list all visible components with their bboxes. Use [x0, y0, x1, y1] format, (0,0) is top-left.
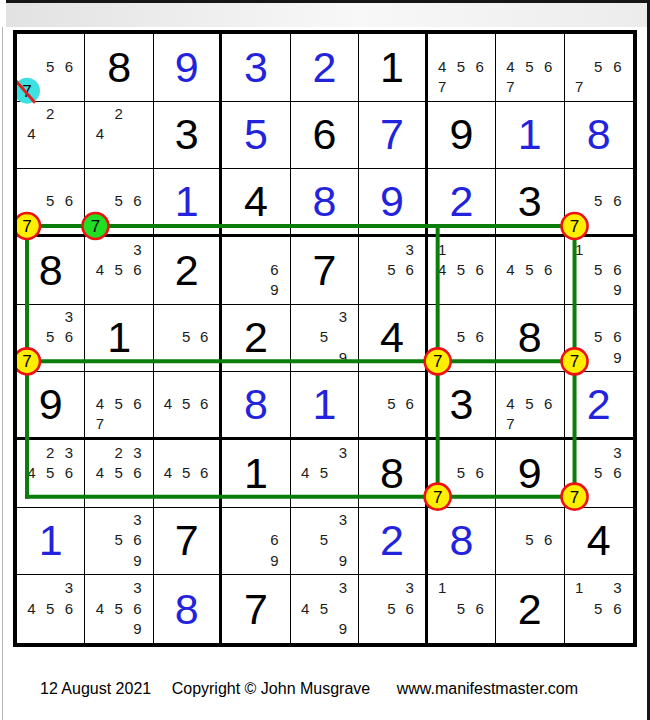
candidates: 56 [17, 169, 84, 234]
candidates: 359 [291, 305, 358, 372]
cell-r5c4[interactable]: 2 [222, 305, 290, 373]
candidates: 4567 [496, 372, 563, 437]
candidate-6: 6 [401, 598, 419, 619]
cell-value: 9 [359, 169, 424, 234]
candidates: 56 [154, 305, 219, 372]
cell-r7c2[interactable]: 23456 [85, 440, 153, 508]
candidates: 69 [222, 508, 289, 575]
candidates: 569 [565, 305, 633, 372]
candidate-6: 6 [539, 56, 558, 76]
candidates: 1356 [565, 575, 633, 643]
cell-r3c5[interactable]: 8 [291, 169, 359, 237]
candidate-4: 4 [433, 56, 452, 76]
candidate-5: 5 [177, 462, 195, 482]
candidates: 356 [17, 305, 84, 372]
window-top-bar [6, 0, 647, 27]
candidate-5: 5 [41, 56, 60, 76]
candidate-6: 6 [128, 394, 147, 414]
cell-r6c3[interactable]: 456 [154, 372, 222, 440]
candidate-6: 6 [539, 259, 558, 279]
candidate-6: 6 [608, 327, 627, 347]
cell-r4c7[interactable]: 1456 [428, 237, 496, 305]
cell-value: 8 [496, 305, 563, 372]
cell-value: 2 [222, 305, 289, 372]
cell-value: 1 [154, 169, 219, 234]
cell-r5c8[interactable]: 8 [496, 305, 564, 373]
cell-value: 9 [154, 34, 219, 101]
candidate-5: 5 [520, 56, 539, 76]
cell-value: 4 [359, 305, 424, 372]
candidate-6: 6 [470, 462, 489, 482]
window-left-edge [2, 27, 3, 720]
candidate-4: 4 [296, 598, 315, 619]
candidates: 3456 [17, 575, 84, 643]
candidate-6: 6 [608, 56, 627, 76]
cell-r8c1[interactable]: 1 [17, 508, 85, 576]
candidate-3: 3 [128, 442, 147, 462]
candidate-4: 4 [501, 394, 520, 414]
cell-r2c1[interactable]: 24 [17, 102, 85, 170]
candidate-5: 5 [109, 462, 128, 482]
cell-value: 8 [154, 575, 219, 643]
cell-r3c4[interactable]: 4 [222, 169, 290, 237]
candidate-5: 5 [451, 462, 470, 482]
candidates: 156 [428, 575, 495, 643]
cell-r1c7[interactable]: 4567 [428, 34, 496, 102]
candidate-6: 6 [470, 56, 489, 76]
cell-value: 9 [17, 372, 84, 437]
candidates: 3456 [85, 237, 152, 304]
candidate-3: 3 [60, 442, 79, 462]
cell-r6c7[interactable]: 3 [428, 372, 496, 440]
candidate-6: 6 [60, 191, 79, 211]
cell-value: 5 [222, 102, 289, 169]
cell-r1c8[interactable]: 4567 [496, 34, 564, 102]
candidate-5: 5 [451, 259, 470, 279]
candidate-5: 5 [109, 394, 128, 414]
candidate-6: 6 [265, 530, 284, 550]
cell-r4c8[interactable]: 456 [496, 237, 564, 305]
cell-r9c6[interactable]: 356 [359, 575, 427, 643]
cell-r2c9[interactable]: 8 [565, 102, 633, 170]
cell-r1c2[interactable]: 8 [85, 34, 153, 102]
candidates: 1569 [565, 237, 633, 304]
candidates: 345 [291, 440, 358, 507]
candidate-5: 5 [41, 191, 60, 211]
candidate-4: 4 [501, 259, 520, 279]
candidate-5: 5 [109, 191, 128, 211]
cell-value: 2 [359, 508, 424, 575]
candidate-5: 5 [382, 598, 400, 619]
cell-r3c2[interactable]: 56 [85, 169, 153, 237]
candidates: 4567 [428, 34, 495, 101]
candidate-6: 6 [128, 462, 147, 482]
sudoku-board: 5689321456745675672424356791856561489235… [13, 30, 637, 647]
cell-r6c5[interactable]: 1 [291, 372, 359, 440]
candidate-6: 6 [539, 530, 558, 550]
candidate-6: 6 [60, 327, 79, 347]
candidate-3: 3 [608, 442, 627, 462]
candidates: 356 [565, 440, 633, 507]
candidate-2: 2 [41, 104, 60, 124]
candidate-6: 6 [608, 259, 627, 279]
cell-value: 1 [85, 305, 152, 372]
candidates: 4567 [85, 372, 152, 437]
candidates: 56 [496, 508, 563, 575]
candidate-5: 5 [382, 259, 400, 279]
footer-website: www.manifestmaster.com [397, 680, 578, 698]
cell-value: 1 [359, 34, 424, 101]
candidate-6: 6 [470, 327, 489, 347]
cell-r6c8[interactable]: 4567 [496, 372, 564, 440]
candidate-3: 3 [333, 577, 352, 598]
cell-value: 2 [154, 237, 219, 304]
candidate-3: 3 [401, 577, 419, 598]
cell-r5c6[interactable]: 4 [359, 305, 427, 373]
cell-r2c8[interactable]: 1 [496, 102, 564, 170]
cell-value: 8 [428, 508, 495, 575]
candidate-3: 3 [60, 307, 79, 327]
cell-r4c1[interactable]: 8 [17, 237, 85, 305]
cell-value: 8 [85, 34, 152, 101]
cell-r8c4[interactable]: 69 [222, 508, 290, 576]
candidate-6: 6 [265, 259, 284, 279]
footer-copyright: Copyright © John Musgrave [172, 680, 371, 698]
cell-r2c6[interactable]: 7 [359, 102, 427, 170]
candidate-5: 5 [589, 462, 608, 482]
cell-value: 8 [359, 440, 424, 507]
candidate-6: 6 [195, 462, 213, 482]
sudoku-grid: 5689321456745675672424356791856561489235… [17, 34, 633, 643]
candidate-4: 4 [22, 462, 41, 482]
cell-r9c4[interactable]: 7 [222, 575, 290, 643]
candidates: 356 [359, 575, 424, 643]
candidate-6: 6 [608, 598, 627, 619]
cell-r7c8[interactable]: 9 [496, 440, 564, 508]
cell-value: 2 [291, 34, 358, 101]
candidate-5: 5 [520, 259, 539, 279]
candidate-3: 3 [128, 510, 147, 530]
candidate-7: 7 [501, 76, 520, 96]
candidate-6: 6 [470, 598, 489, 619]
cell-r7c1[interactable]: 23456 [17, 440, 85, 508]
candidate-5: 5 [589, 327, 608, 347]
candidates: 24 [85, 102, 152, 169]
cell-value: 8 [565, 102, 633, 169]
cell-r8c6[interactable]: 2 [359, 508, 427, 576]
footer-date: 12 August 2021 [40, 680, 151, 698]
candidate-3: 3 [333, 510, 352, 530]
cell-value: 1 [17, 508, 84, 575]
candidate-3: 3 [401, 239, 419, 259]
cell-r7c4[interactable]: 1 [222, 440, 290, 508]
candidate-7: 7 [433, 76, 452, 96]
candidates: 56 [428, 305, 495, 372]
cell-r4c6[interactable]: 356 [359, 237, 427, 305]
candidate-3: 3 [333, 442, 352, 462]
candidates: 23456 [85, 440, 152, 507]
candidates: 456 [496, 237, 563, 304]
cell-r8c3[interactable]: 7 [154, 508, 222, 576]
candidate-1: 1 [433, 239, 452, 259]
cell-r9c2[interactable]: 34569 [85, 575, 153, 643]
candidate-5: 5 [589, 191, 608, 211]
candidate-3: 3 [608, 577, 627, 598]
cell-r5c9[interactable]: 569 [565, 305, 633, 373]
cell-r6c6[interactable]: 56 [359, 372, 427, 440]
cell-value: 3 [428, 372, 495, 437]
candidate-6: 6 [128, 191, 147, 211]
candidates: 23456 [17, 440, 84, 507]
cell-r1c3[interactable]: 9 [154, 34, 222, 102]
candidate-1: 1 [570, 239, 589, 259]
cell-r9c3[interactable]: 8 [154, 575, 222, 643]
cell-r5c7[interactable]: 56 [428, 305, 496, 373]
cell-value: 7 [222, 575, 289, 643]
candidate-4: 4 [22, 598, 41, 619]
cell-value: 8 [222, 372, 289, 437]
cell-value: 8 [291, 169, 358, 234]
candidates: 356 [359, 237, 424, 304]
candidate-5: 5 [177, 394, 195, 414]
cell-r1c6[interactable]: 1 [359, 34, 427, 102]
cell-r7c5[interactable]: 345 [291, 440, 359, 508]
candidate-5: 5 [315, 598, 334, 619]
candidate-1: 1 [570, 577, 589, 598]
candidate-3: 3 [60, 577, 79, 598]
cell-value: 7 [154, 508, 219, 575]
cell-r1c1[interactable]: 56 [17, 34, 85, 102]
candidate-9: 9 [128, 550, 147, 570]
candidate-4: 4 [90, 598, 109, 619]
candidate-5: 5 [41, 462, 60, 482]
candidate-6: 6 [195, 327, 213, 347]
candidate-5: 5 [589, 259, 608, 279]
candidate-2: 2 [109, 104, 128, 124]
candidate-6: 6 [401, 394, 419, 414]
candidate-9: 9 [608, 279, 627, 299]
cell-r2c3[interactable]: 3 [154, 102, 222, 170]
cell-value: 9 [428, 102, 495, 169]
cell-r1c9[interactable]: 567 [565, 34, 633, 102]
cell-r9c7[interactable]: 156 [428, 575, 496, 643]
candidates: 4567 [496, 34, 563, 101]
cell-value: 2 [565, 372, 633, 437]
candidate-6: 6 [60, 56, 79, 76]
candidates: 56 [565, 169, 633, 234]
candidate-5: 5 [109, 598, 128, 619]
cell-r2c7[interactable]: 9 [428, 102, 496, 170]
candidate-6: 6 [470, 259, 489, 279]
candidate-3: 3 [128, 239, 147, 259]
cell-value: 9 [496, 440, 563, 507]
candidate-5: 5 [109, 259, 128, 279]
candidate-3: 3 [128, 577, 147, 598]
candidates: 56 [85, 169, 152, 234]
cell-value: 1 [291, 372, 358, 437]
cell-r9c9[interactable]: 1356 [565, 575, 633, 643]
candidate-5: 5 [41, 598, 60, 619]
candidate-5: 5 [41, 327, 60, 347]
candidates: 56 [359, 372, 424, 437]
cell-r4c3[interactable]: 2 [154, 237, 222, 305]
cell-r6c9[interactable]: 2 [565, 372, 633, 440]
cell-r6c4[interactable]: 8 [222, 372, 290, 440]
candidate-5: 5 [589, 598, 608, 619]
candidate-6: 6 [195, 394, 213, 414]
cell-value: 3 [496, 169, 563, 234]
candidate-9: 9 [128, 618, 147, 639]
cell-value: 6 [291, 102, 358, 169]
cell-r1c5[interactable]: 2 [291, 34, 359, 102]
cell-r2c4[interactable]: 5 [222, 102, 290, 170]
cell-value: 1 [222, 440, 289, 507]
footer: 12 August 2021 Copyright © John Musgrave… [40, 680, 578, 698]
candidate-6: 6 [608, 462, 627, 482]
cell-value: 3 [222, 34, 289, 101]
candidate-4: 4 [90, 462, 109, 482]
cell-r7c3[interactable]: 456 [154, 440, 222, 508]
candidate-6: 6 [128, 530, 147, 550]
candidate-5: 5 [109, 530, 128, 550]
cell-r7c6[interactable]: 8 [359, 440, 427, 508]
cell-r2c5[interactable]: 6 [291, 102, 359, 170]
candidate-5: 5 [382, 394, 400, 414]
candidate-4: 4 [296, 462, 315, 482]
cell-r8c7[interactable]: 8 [428, 508, 496, 576]
cell-r3c3[interactable]: 1 [154, 169, 222, 237]
candidate-5: 5 [315, 530, 334, 550]
cell-r8c9[interactable]: 4 [565, 508, 633, 576]
cell-r4c4[interactable]: 69 [222, 237, 290, 305]
candidate-5: 5 [451, 327, 470, 347]
cell-r8c2[interactable]: 3569 [85, 508, 153, 576]
candidate-9: 9 [333, 347, 352, 367]
cell-value: 3 [154, 102, 219, 169]
cell-r4c5[interactable]: 7 [291, 237, 359, 305]
cell-value: 4 [222, 169, 289, 234]
candidate-5: 5 [520, 394, 539, 414]
candidate-9: 9 [265, 550, 284, 570]
candidates: 456 [154, 372, 219, 437]
cell-r5c2[interactable]: 1 [85, 305, 153, 373]
cell-r1c4[interactable]: 3 [222, 34, 290, 102]
candidate-2: 2 [41, 442, 60, 462]
candidate-7: 7 [501, 413, 520, 433]
cell-r9c5[interactable]: 3459 [291, 575, 359, 643]
candidate-6: 6 [128, 259, 147, 279]
cell-value: 2 [496, 575, 563, 643]
candidate-5: 5 [315, 327, 334, 347]
cell-value: 7 [291, 237, 358, 304]
candidate-5: 5 [315, 462, 334, 482]
candidate-1: 1 [433, 577, 452, 598]
candidate-5: 5 [589, 56, 608, 76]
cell-r6c2[interactable]: 4567 [85, 372, 153, 440]
candidate-6: 6 [60, 462, 79, 482]
candidates: 456 [154, 440, 219, 507]
candidate-4: 4 [90, 259, 109, 279]
cell-r5c3[interactable]: 56 [154, 305, 222, 373]
candidates: 567 [565, 34, 633, 101]
candidates: 359 [291, 508, 358, 575]
candidate-4: 4 [90, 124, 109, 144]
cell-r8c8[interactable]: 56 [496, 508, 564, 576]
cell-r8c5[interactable]: 359 [291, 508, 359, 576]
candidate-6: 6 [60, 598, 79, 619]
candidate-6: 6 [608, 191, 627, 211]
cell-r3c9[interactable]: 56 [565, 169, 633, 237]
candidates: 24 [17, 102, 84, 169]
candidate-9: 9 [608, 347, 627, 367]
cell-r2c2[interactable]: 24 [85, 102, 153, 170]
cell-value: 7 [359, 102, 424, 169]
cell-value: 8 [17, 237, 84, 304]
candidates: 1456 [428, 237, 495, 304]
cell-value: 1 [496, 102, 563, 169]
cell-r9c1[interactable]: 3456 [17, 575, 85, 643]
candidates: 3569 [85, 508, 152, 575]
cell-r3c7[interactable]: 2 [428, 169, 496, 237]
cell-r7c7[interactable]: 56 [428, 440, 496, 508]
candidate-5: 5 [520, 530, 539, 550]
candidates: 69 [222, 237, 289, 304]
candidate-9: 9 [333, 618, 352, 639]
candidate-4: 4 [159, 462, 177, 482]
cell-value: 2 [428, 169, 495, 234]
candidate-5: 5 [451, 56, 470, 76]
candidate-4: 4 [501, 56, 520, 76]
cell-r3c8[interactable]: 3 [496, 169, 564, 237]
candidate-6: 6 [539, 394, 558, 414]
candidate-7: 7 [90, 413, 109, 433]
candidate-9: 9 [333, 550, 352, 570]
candidates: 56 [17, 34, 84, 101]
candidate-4: 4 [433, 259, 452, 279]
candidate-4: 4 [159, 394, 177, 414]
cell-r5c1[interactable]: 356 [17, 305, 85, 373]
candidates: 3459 [291, 575, 358, 643]
cell-r7c9[interactable]: 356 [565, 440, 633, 508]
cell-value: 4 [565, 508, 633, 575]
cell-r4c9[interactable]: 1569 [565, 237, 633, 305]
candidate-5: 5 [451, 598, 470, 619]
cell-r6c1[interactable]: 9 [17, 372, 85, 440]
candidate-3: 3 [333, 307, 352, 327]
cell-r4c2[interactable]: 3456 [85, 237, 153, 305]
candidate-6: 6 [128, 598, 147, 619]
candidate-4: 4 [90, 394, 109, 414]
candidate-5: 5 [177, 327, 195, 347]
candidate-4: 4 [22, 124, 41, 144]
candidate-7: 7 [570, 76, 589, 96]
cell-r3c1[interactable]: 56 [17, 169, 85, 237]
candidate-6: 6 [401, 259, 419, 279]
candidate-9: 9 [265, 279, 284, 299]
cell-r3c6[interactable]: 9 [359, 169, 427, 237]
candidates: 56 [428, 440, 495, 507]
candidate-2: 2 [109, 442, 128, 462]
cell-r5c5[interactable]: 359 [291, 305, 359, 373]
candidates: 34569 [85, 575, 152, 643]
cell-r9c8[interactable]: 2 [496, 575, 564, 643]
